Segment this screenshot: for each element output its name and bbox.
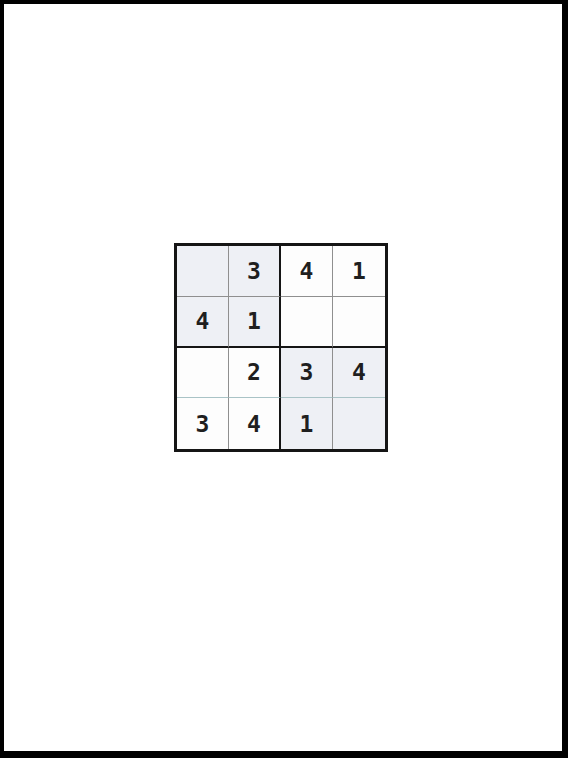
sudoku-cell-r2c4 bbox=[333, 297, 385, 348]
sudoku-cell-r2c1: 4 bbox=[177, 297, 229, 348]
worksheet-page: 3 4 1 4 1 2 3 4 3 4 1 bbox=[0, 0, 568, 758]
sudoku-cell-r1c3: 4 bbox=[281, 246, 333, 297]
sudoku-cell-r1c2: 3 bbox=[229, 246, 281, 297]
sudoku-cell-r2c2: 1 bbox=[229, 297, 281, 348]
sudoku-cell-r4c1: 3 bbox=[177, 398, 229, 449]
sudoku-cell-r3c1 bbox=[177, 348, 229, 399]
sudoku-cell-r3c3: 3 bbox=[281, 348, 333, 399]
sudoku-cell-r1c1 bbox=[177, 246, 229, 297]
sudoku-board: 3 4 1 4 1 2 3 4 3 4 1 bbox=[174, 243, 388, 452]
sudoku-cell-r4c2: 4 bbox=[229, 398, 281, 449]
sudoku-cell-r3c2: 2 bbox=[229, 348, 281, 399]
sudoku-cell-r4c3: 1 bbox=[281, 398, 333, 449]
sudoku-cell-r2c3 bbox=[281, 297, 333, 348]
sudoku-cell-r3c4: 4 bbox=[333, 348, 385, 399]
sudoku-cell-r4c4 bbox=[333, 398, 385, 449]
sudoku-cell-r1c4: 1 bbox=[333, 246, 385, 297]
